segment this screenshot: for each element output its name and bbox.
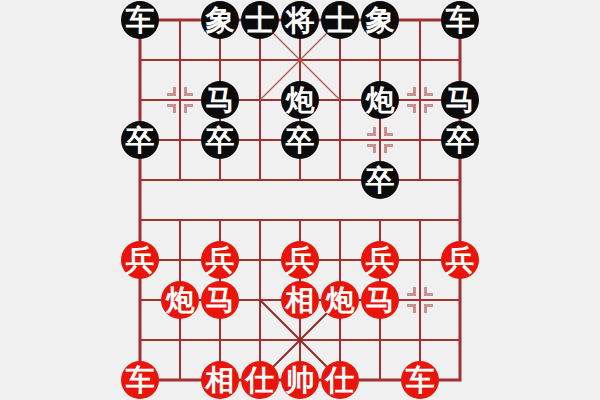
- point-marker: [407, 287, 433, 313]
- piece-black-elephant[interactable]: 象: [361, 1, 399, 39]
- point-marker: [407, 87, 433, 113]
- piece-black-advisor[interactable]: 士: [321, 1, 359, 39]
- piece-black-cannon[interactable]: 炮: [281, 81, 319, 119]
- piece-black-soldier[interactable]: 卒: [121, 121, 159, 159]
- piece-red-horse[interactable]: 马: [201, 281, 239, 319]
- piece-red-soldier[interactable]: 兵: [201, 241, 239, 279]
- piece-red-advisor[interactable]: 仕: [241, 361, 279, 399]
- point-marker: [167, 87, 193, 113]
- piece-red-soldier[interactable]: 兵: [441, 241, 479, 279]
- piece-red-horse[interactable]: 马: [361, 281, 399, 319]
- piece-black-cannon[interactable]: 炮: [361, 81, 399, 119]
- piece-black-horse[interactable]: 马: [441, 81, 479, 119]
- point-marker: [367, 127, 393, 153]
- piece-black-soldier[interactable]: 卒: [281, 121, 319, 159]
- piece-black-soldier[interactable]: 卒: [201, 121, 239, 159]
- xiangqi-board-screenshot: 车象士将士象车马炮炮马卒卒卒卒卒兵兵兵兵兵炮马相炮马车相仕帅仕车: [0, 0, 600, 400]
- piece-red-soldier[interactable]: 兵: [361, 241, 399, 279]
- piece-black-advisor[interactable]: 士: [241, 1, 279, 39]
- piece-red-chariot[interactable]: 车: [121, 361, 159, 399]
- piece-black-soldier[interactable]: 卒: [361, 161, 399, 199]
- piece-black-chariot[interactable]: 车: [121, 1, 159, 39]
- piece-red-advisor[interactable]: 仕: [321, 361, 359, 399]
- piece-layer: 车象士将士象车马炮炮马卒卒卒卒卒兵兵兵兵兵炮马相炮马车相仕帅仕车: [0, 0, 600, 400]
- piece-red-elephant[interactable]: 相: [201, 361, 239, 399]
- piece-black-chariot[interactable]: 车: [441, 1, 479, 39]
- piece-red-elephant[interactable]: 相: [281, 281, 319, 319]
- piece-black-king[interactable]: 将: [281, 1, 319, 39]
- piece-red-soldier[interactable]: 兵: [281, 241, 319, 279]
- piece-red-cannon[interactable]: 炮: [161, 281, 199, 319]
- piece-black-elephant[interactable]: 象: [201, 1, 239, 39]
- piece-black-horse[interactable]: 马: [201, 81, 239, 119]
- piece-red-cannon[interactable]: 炮: [321, 281, 359, 319]
- piece-red-king[interactable]: 帅: [281, 361, 319, 399]
- piece-black-soldier[interactable]: 卒: [441, 121, 479, 159]
- piece-red-soldier[interactable]: 兵: [121, 241, 159, 279]
- piece-red-chariot[interactable]: 车: [401, 361, 439, 399]
